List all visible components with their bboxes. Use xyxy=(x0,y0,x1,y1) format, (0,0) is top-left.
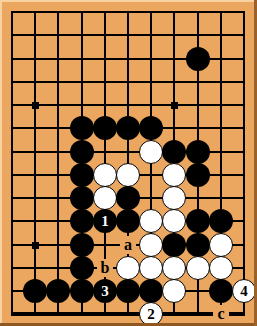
move-1-stone-black: 1 xyxy=(93,209,117,233)
black-stone xyxy=(46,279,70,303)
grid-line-vertical xyxy=(34,11,36,316)
black-stone xyxy=(70,186,94,210)
bevel-left-highlight xyxy=(0,0,2,326)
bevel-top-highlight xyxy=(0,0,257,2)
white-stone xyxy=(139,233,163,257)
black-stone xyxy=(186,140,210,164)
grid-line-vertical xyxy=(11,11,13,316)
white-stone xyxy=(162,279,186,303)
black-stone xyxy=(93,116,117,140)
black-stone xyxy=(70,209,94,233)
black-stone xyxy=(70,279,94,303)
black-stone xyxy=(116,116,140,140)
grid-line-horizontal xyxy=(11,34,245,36)
black-stone xyxy=(116,279,140,303)
black-stone xyxy=(70,163,94,187)
black-stone xyxy=(209,279,233,303)
black-stone xyxy=(23,279,47,303)
white-stone xyxy=(162,163,186,187)
white-stone xyxy=(139,140,163,164)
black-stone xyxy=(139,279,163,303)
go-board-diagram: abc1342 xyxy=(0,0,257,326)
white-stone xyxy=(93,186,117,210)
white-stone xyxy=(186,256,210,280)
hoshi-point xyxy=(32,102,39,109)
hoshi-point xyxy=(32,242,39,249)
black-stone xyxy=(186,209,210,233)
black-stone xyxy=(116,209,140,233)
white-stone xyxy=(162,256,186,280)
grid-line-vertical xyxy=(243,11,245,316)
black-stone xyxy=(186,163,210,187)
black-stone xyxy=(186,233,210,257)
white-stone xyxy=(116,256,140,280)
grid-line-vertical xyxy=(57,11,59,316)
black-stone xyxy=(186,47,210,71)
grid-line-horizontal xyxy=(11,11,245,13)
black-stone xyxy=(162,140,186,164)
point-label-a: a xyxy=(120,236,136,254)
point-label-b: b xyxy=(97,259,113,277)
black-stone xyxy=(70,233,94,257)
hoshi-point xyxy=(171,102,178,109)
black-stone xyxy=(70,256,94,280)
white-stone xyxy=(162,186,186,210)
board-edge-line xyxy=(11,312,245,316)
white-stone xyxy=(116,163,140,187)
white-stone xyxy=(162,209,186,233)
move-3-stone-black: 3 xyxy=(93,279,117,303)
white-stone xyxy=(209,256,233,280)
move-4-stone-white: 4 xyxy=(232,279,256,303)
black-stone xyxy=(70,116,94,140)
bevel-right-shadow xyxy=(254,0,257,326)
black-stone xyxy=(209,209,233,233)
white-stone xyxy=(209,233,233,257)
grid-line-horizontal xyxy=(11,104,245,106)
black-stone xyxy=(70,140,94,164)
black-stone xyxy=(139,116,163,140)
white-stone xyxy=(139,209,163,233)
black-stone xyxy=(116,186,140,210)
black-stone xyxy=(162,233,186,257)
white-stone xyxy=(139,256,163,280)
grid-line-horizontal xyxy=(11,81,245,83)
point-label-c: c xyxy=(213,305,229,323)
white-stone xyxy=(93,163,117,187)
